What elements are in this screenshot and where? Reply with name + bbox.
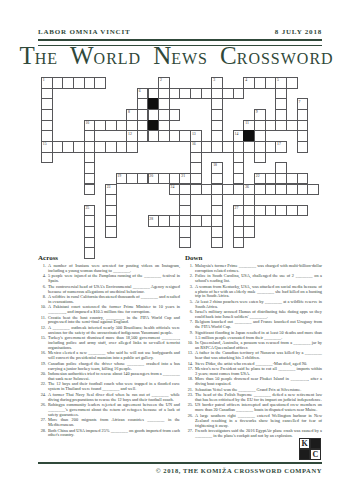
clue-number: 25. (185, 403, 195, 413)
cell-number: 17 (277, 142, 281, 146)
clue-item-down-25: 25.US border patrol officers intercepted… (185, 403, 322, 413)
clue-text: More than 200 migrants from African coun… (48, 418, 180, 428)
logo-cell-c: C (310, 449, 321, 460)
clue-item-down-2: 2.Police in South Carolina, USA, challen… (185, 274, 322, 284)
grid-cell[interactable] (211, 237, 223, 249)
clue-item-down-26: 26.A large southern right ________ enter… (185, 414, 322, 429)
title-initial: T (19, 42, 34, 69)
clue-number: 28. (38, 429, 48, 439)
clue-text: Croatia beat the host country, ________,… (48, 316, 180, 326)
down-clues-section: Down 1.Malaysia's former Prime ________ … (185, 254, 322, 439)
title-initial: N (153, 42, 171, 69)
clue-text: Mexico elected a new ________ who said h… (48, 351, 180, 361)
clue-item-across-11: 11.Croatia beat the host country, ______… (38, 316, 180, 326)
clue-number: 2. (185, 274, 195, 284)
grid-cell[interactable] (126, 141, 138, 153)
clue-list-down: 1.Malaysia's former Prime ________ was c… (185, 264, 322, 439)
clue-text: A former Thai Navy Seal diver died when … (48, 393, 180, 403)
grid-cell[interactable] (243, 226, 255, 238)
clue-number: 6. (38, 285, 48, 295)
grid-cell[interactable]: 17 (275, 141, 287, 153)
clue-list-across: 1.A number of Iranians were arrested for… (38, 264, 180, 438)
clue-item-down-18: 18.More than 50 people drowned near Phuk… (185, 377, 322, 387)
cell-number: 15 (43, 142, 47, 146)
cell-number: 8 (128, 110, 130, 114)
clue-item-across-22: 22.The 12 boys and their football coach … (38, 382, 180, 392)
cell-number: 11 (245, 121, 249, 125)
clue-text: A Pakistani court sentenced the former P… (48, 305, 180, 315)
title-word-news: NEWS (153, 43, 208, 69)
clue-item-across-26: 26.Rohingya community leaders rejected a… (38, 403, 180, 418)
clue-text: Belgium knocked out ________ and France … (195, 320, 322, 330)
clue-number: 24. (38, 393, 48, 403)
clue-text: US border patrol officers intercepted an… (195, 403, 322, 413)
cell-number: 4 (245, 78, 247, 82)
clue-number: 11. (38, 316, 48, 326)
clue-number: 4. (38, 274, 48, 284)
title-rest: EWS (171, 50, 208, 67)
grid-cell[interactable] (254, 152, 266, 164)
newspaper-page: LABOR OMNIA VINCIT 8 JULY 2018 THE WORLD… (0, 0, 353, 500)
clue-number: 26. (38, 403, 48, 418)
across-clues-section: Across 1.A number of Iranians were arres… (38, 254, 180, 439)
grid-cell[interactable] (286, 77, 298, 89)
clue-number: 3. (185, 285, 195, 300)
logo-cell-black-2 (299, 449, 310, 460)
cell-number: 19 (117, 174, 121, 178)
clue-item-across-15: 15.Turkey's government dismissed more th… (38, 336, 180, 351)
clue-number: 18. (185, 377, 195, 387)
clue-text: A father in the Canadian territory of Nu… (195, 351, 322, 361)
title-rest: HE (35, 50, 58, 67)
cell-number: 10 (85, 121, 89, 125)
grid-cell[interactable] (94, 77, 106, 89)
title-rest: ORLD (94, 50, 142, 67)
clue-item-down-13: 13.A father in the Canadian territory of… (185, 351, 322, 361)
clue-text: Police in South Carolina, USA, challenge… (195, 274, 322, 284)
down-heading: Down (185, 254, 322, 262)
crossword-grid[interactable]: 1234567891011121314151617181920212223242… (41, 77, 318, 258)
clue-number: 22. (38, 382, 48, 392)
cell-number: 1 (43, 78, 45, 82)
grid-cell[interactable] (105, 226, 117, 238)
logo-cell-black-1 (310, 438, 321, 449)
cell-number: 20 (149, 174, 153, 178)
cell-number: 16 (192, 142, 196, 146)
clue-item-down-7: 7.Belgium knocked out ________ and Franc… (185, 320, 322, 330)
masthead: LABOR OMNIA VINCIT 8 JULY 2018 (38, 28, 322, 36)
clue-number: 7. (185, 320, 195, 330)
clue-item-across-16: 16.Mexico elected a new ________ who sai… (38, 351, 180, 361)
clue-item-across-27: 27.More than 200 migrants from African c… (38, 418, 180, 428)
clue-number: 15. (38, 336, 48, 351)
clue-text: The 12 boys and their football coach who… (48, 382, 180, 392)
cell-number: 12 (128, 132, 132, 136)
clue-text: Both China and USA imposed 25% ________ … (48, 429, 180, 439)
cell-number: 6 (139, 89, 141, 93)
footer-rule (38, 462, 322, 464)
grid-cell[interactable] (169, 109, 181, 121)
clue-item-across-4: 4.5 people were injured at the Pamplona … (38, 274, 180, 284)
clue-text: Rohingya community leaders rejected an a… (48, 403, 180, 418)
title-word-the: THE (19, 43, 58, 69)
clue-text: The controversial head of USA's Environm… (48, 285, 180, 295)
clue-number: 26. (185, 414, 195, 429)
clue-item-across-24: 24.A former Thai Navy Seal diver died wh… (38, 393, 180, 403)
cell-number: 5 (277, 78, 279, 82)
grid-cell[interactable] (84, 184, 96, 196)
cell-number: 2 (160, 78, 162, 82)
grid-cell[interactable] (233, 237, 245, 249)
clue-item-across-10: 10.A Pakistani court sentenced the forme… (38, 305, 180, 315)
clue-text: A large southern right ________ entered … (195, 414, 322, 429)
page-title: THE WORLD NEWS CROSSWORD (0, 43, 353, 69)
grid-cell[interactable] (179, 237, 191, 249)
grid-cell[interactable] (297, 205, 309, 217)
cell-number: 24 (171, 185, 175, 189)
masthead-motto: LABOR OMNIA VINCIT (38, 28, 130, 36)
cell-number: 28 (149, 217, 153, 221)
cell-number: 14 (234, 132, 238, 136)
title-initial: W (70, 42, 94, 69)
logo-cell-k: K (299, 438, 310, 449)
clue-number: 16. (38, 351, 48, 361)
clue-number: 13. (185, 351, 195, 361)
title-initial: C (220, 42, 237, 69)
cell-number: 7 (298, 100, 300, 104)
clue-number: 10. (38, 305, 48, 315)
cell-number: 9 (256, 110, 258, 114)
cell-number: 23 (107, 185, 111, 189)
grid-cell[interactable] (297, 141, 309, 153)
cell-number: 26 (245, 185, 249, 189)
cell-number: 3 (213, 78, 215, 82)
cell-number: 27 (234, 206, 238, 210)
cell-number: 21 (181, 174, 185, 178)
title-word-world: WORLD (70, 43, 141, 69)
clue-item-across-28: 28.Both China and USA imposed 25% ______… (38, 429, 180, 439)
title-rest: ROSSWORD (237, 50, 334, 67)
masthead-date: 8 JULY 2018 (275, 28, 322, 36)
grid-cell[interactable] (307, 184, 319, 196)
cell-number: 22 (256, 174, 260, 178)
clue-item-down-3: 3.A woman from Kentucky, USA, was attack… (185, 285, 322, 300)
footer-copyright: © 2018, THE KOMIŽA CROSSWORD COMPANY (38, 467, 322, 474)
cell-number: 18 (213, 163, 217, 167)
across-heading: Across (38, 254, 180, 262)
grid-cell[interactable] (233, 88, 245, 100)
clue-text: 5 people were injured at the Pamplona ru… (48, 274, 180, 284)
title-word-crossword: CROSSWORD (220, 43, 334, 69)
clue-number: 27. (38, 418, 48, 428)
cell-number: 13 (192, 132, 196, 136)
grid-cell[interactable] (41, 152, 53, 164)
clue-text: More than 50 people drowned near Phuket … (195, 377, 322, 387)
kc-logo: K C (299, 438, 321, 460)
clue-text: A woman from Kentucky, USA, was attacked… (195, 285, 322, 300)
clue-number: 27. (185, 429, 195, 439)
cell-number: 25 (85, 206, 89, 210)
clue-text: Turkey's government dismissed more than … (48, 336, 180, 351)
clue-item-across-6: 6.The controversial head of USA's Enviro… (38, 285, 180, 295)
